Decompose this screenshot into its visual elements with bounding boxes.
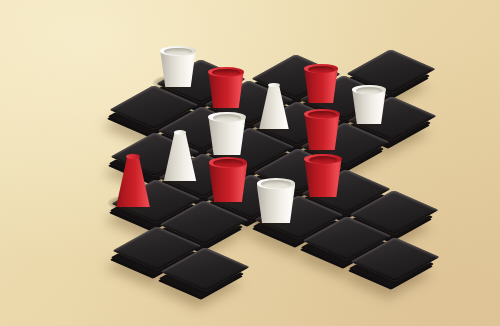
game-photo-scene	[0, 0, 500, 326]
piece-top-ring	[213, 114, 242, 122]
red-cone-piece[interactable]	[113, 154, 152, 207]
white-cup-piece[interactable]	[208, 112, 245, 155]
white-cup-piece[interactable]	[160, 46, 195, 87]
piece-top-face	[126, 154, 139, 159]
red-cup-piece[interactable]	[208, 67, 243, 108]
piece-top-ring	[356, 87, 382, 94]
piece-body	[113, 154, 152, 207]
piece-body	[161, 130, 199, 181]
white-cone-piece[interactable]	[257, 83, 291, 130]
white-cone-piece[interactable]	[161, 130, 199, 181]
white-cup-piece[interactable]	[257, 178, 296, 223]
piece-body	[257, 83, 291, 130]
red-cup-piece[interactable]	[304, 64, 338, 103]
red-cup-piece[interactable]	[209, 157, 248, 202]
white-cup-piece[interactable]	[352, 85, 386, 124]
piece-top-ring	[308, 66, 334, 73]
red-cup-piece[interactable]	[304, 109, 339, 150]
piece-top-ring	[309, 156, 338, 164]
piece-top-face	[268, 83, 280, 87]
piece-top-face	[174, 130, 187, 135]
red-cup-piece[interactable]	[304, 154, 341, 197]
